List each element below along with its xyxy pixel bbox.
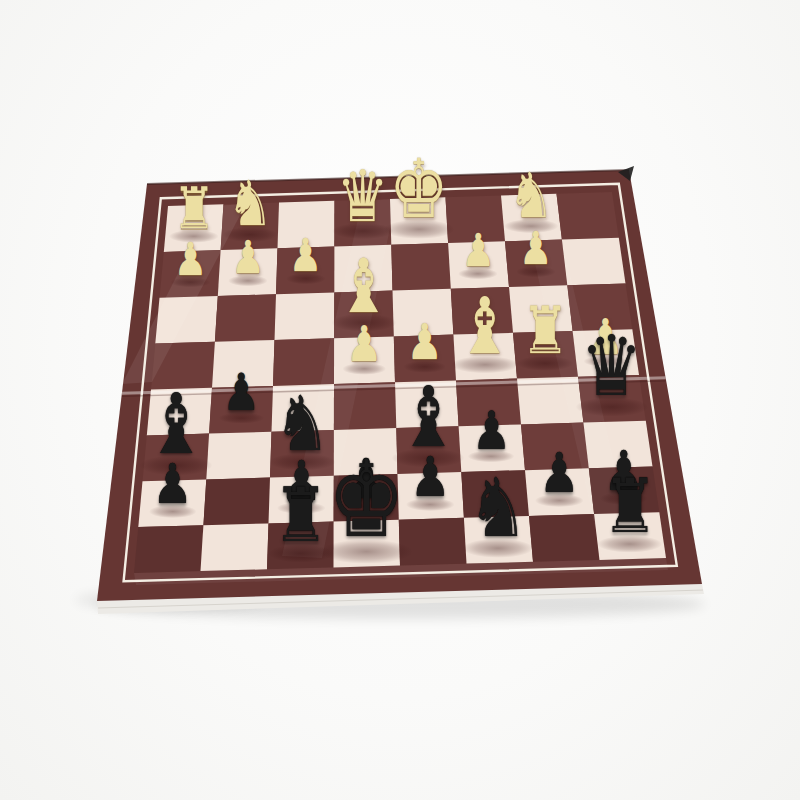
white-pawn-d5[interactable]: ♟ xyxy=(346,320,382,369)
white-rook-g5[interactable]: ♜ xyxy=(521,299,569,364)
black-pawn-a2[interactable]: ♟ xyxy=(152,457,193,512)
product-photo: ♜♞♛♚♞♟♟♟♟♟♝♟♟♝♜♟♟♛♝♞♝♟♟♟♟♟♟♟♜♚♞♜ xyxy=(0,0,800,800)
white-pawn-b7[interactable]: ♟ xyxy=(231,236,265,282)
white-rook-a8[interactable]: ♜ xyxy=(173,180,215,237)
black-rook-c1[interactable]: ♜ xyxy=(273,479,328,554)
white-bishop-d6[interactable]: ♝ xyxy=(336,249,391,324)
white-knight-b8[interactable]: ♞ xyxy=(227,173,273,235)
black-pawn-b4[interactable]: ♟ xyxy=(223,367,261,418)
white-pawn-a7[interactable]: ♟ xyxy=(174,237,208,283)
white-queen-d8[interactable]: ♛ xyxy=(336,161,388,232)
black-knight-f1[interactable]: ♞ xyxy=(468,467,528,549)
pieces-layer: ♜♞♛♚♞♟♟♟♟♟♝♟♟♝♜♟♟♛♝♞♝♟♟♟♟♟♟♟♜♚♞♜ xyxy=(0,0,800,800)
black-queen-h4[interactable]: ♛ xyxy=(581,324,642,408)
white-bishop-f5[interactable]: ♝ xyxy=(456,288,513,366)
white-king-e8[interactable]: ♚ xyxy=(389,149,449,230)
white-pawn-e5[interactable]: ♟ xyxy=(406,318,442,367)
black-pawn-g2[interactable]: ♟ xyxy=(539,446,580,501)
white-knight-g8[interactable]: ♞ xyxy=(508,164,554,226)
white-pawn-g7[interactable]: ♟ xyxy=(519,227,553,273)
black-pawn-e2[interactable]: ♟ xyxy=(410,450,451,505)
white-pawn-c7[interactable]: ♟ xyxy=(289,234,323,280)
black-king-d1[interactable]: ♚ xyxy=(328,446,406,552)
black-rook-h1[interactable]: ♜ xyxy=(602,470,657,545)
white-pawn-f7[interactable]: ♟ xyxy=(461,228,495,274)
black-pawn-f3[interactable]: ♟ xyxy=(472,404,511,457)
